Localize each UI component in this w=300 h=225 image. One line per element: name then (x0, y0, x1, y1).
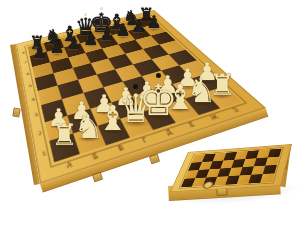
folded-board-box-top (170, 144, 292, 192)
mini-board-square (260, 173, 274, 182)
chess-set-photo: АБВГДЕЖЗ 87654321 ♜♞♝♛♚♝♞♜♟♟♟♟♟♟♟♟♟♟♟♟♟♟… (0, 0, 300, 225)
board-clasp-icon (149, 154, 160, 164)
board-hinge-icon (12, 107, 20, 117)
board-clasp-icon (92, 172, 103, 182)
piece-finial (100, 7, 103, 10)
folded-board-checker (181, 149, 282, 188)
piece-finial (84, 13, 87, 16)
